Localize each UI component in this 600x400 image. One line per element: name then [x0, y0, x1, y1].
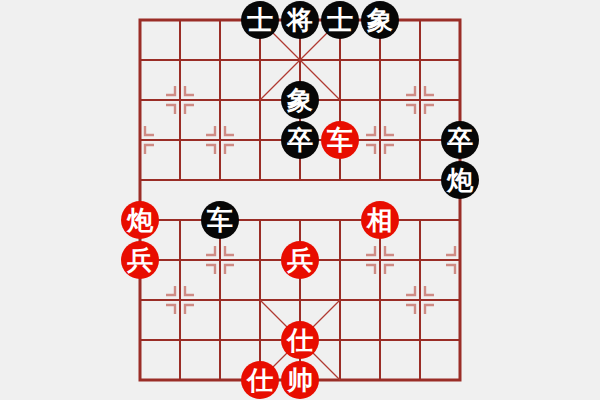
- red-general[interactable]: 帅: [281, 361, 319, 399]
- intersection-3-9[interactable]: 仕: [240, 360, 280, 400]
- intersection-6-9[interactable]: [360, 360, 400, 400]
- intersection-6-3[interactable]: [360, 120, 400, 160]
- intersection-4-6[interactable]: 兵: [280, 240, 320, 280]
- black-soldier[interactable]: 卒: [281, 121, 319, 159]
- intersection-3-2[interactable]: [240, 80, 280, 120]
- intersection-5-2[interactable]: [320, 80, 360, 120]
- intersection-1-8[interactable]: [160, 320, 200, 360]
- intersection-0-5[interactable]: 炮: [120, 200, 160, 240]
- intersection-1-9[interactable]: [160, 360, 200, 400]
- intersection-2-3[interactable]: [200, 120, 240, 160]
- intersection-7-8[interactable]: [400, 320, 440, 360]
- intersection-6-5[interactable]: 相: [360, 200, 400, 240]
- intersection-2-7[interactable]: [200, 280, 240, 320]
- intersection-8-7[interactable]: [440, 280, 480, 320]
- intersection-0-2[interactable]: [120, 80, 160, 120]
- intersection-3-3[interactable]: [240, 120, 280, 160]
- intersection-0-0[interactable]: [120, 0, 160, 40]
- intersection-0-4[interactable]: [120, 160, 160, 200]
- intersection-7-3[interactable]: [400, 120, 440, 160]
- intersection-1-7[interactable]: [160, 280, 200, 320]
- intersection-7-7[interactable]: [400, 280, 440, 320]
- intersection-5-1[interactable]: [320, 40, 360, 80]
- intersection-1-0[interactable]: [160, 0, 200, 40]
- intersection-6-0[interactable]: 象: [360, 0, 400, 40]
- intersection-4-0[interactable]: 将: [280, 0, 320, 40]
- intersection-4-5[interactable]: [280, 200, 320, 240]
- intersection-2-4[interactable]: [200, 160, 240, 200]
- intersection-0-9[interactable]: [120, 360, 160, 400]
- intersection-5-3[interactable]: 车: [320, 120, 360, 160]
- intersection-0-1[interactable]: [120, 40, 160, 80]
- intersection-8-9[interactable]: [440, 360, 480, 400]
- intersection-8-4[interactable]: 炮: [440, 160, 480, 200]
- intersection-2-6[interactable]: [200, 240, 240, 280]
- intersection-5-5[interactable]: [320, 200, 360, 240]
- intersection-7-2[interactable]: [400, 80, 440, 120]
- intersection-6-7[interactable]: [360, 280, 400, 320]
- intersection-7-9[interactable]: [400, 360, 440, 400]
- red-advisor[interactable]: 仕: [281, 321, 319, 359]
- red-chariot[interactable]: 车: [321, 121, 359, 159]
- intersection-5-0[interactable]: 士: [320, 0, 360, 40]
- black-elephant[interactable]: 象: [361, 1, 399, 39]
- intersection-8-8[interactable]: [440, 320, 480, 360]
- intersection-2-1[interactable]: [200, 40, 240, 80]
- intersection-4-9[interactable]: 帅: [280, 360, 320, 400]
- intersection-0-8[interactable]: [120, 320, 160, 360]
- intersection-6-1[interactable]: [360, 40, 400, 80]
- intersection-3-7[interactable]: [240, 280, 280, 320]
- intersection-1-6[interactable]: [160, 240, 200, 280]
- intersection-5-4[interactable]: [320, 160, 360, 200]
- intersection-2-5[interactable]: 车: [200, 200, 240, 240]
- intersection-0-6[interactable]: 兵: [120, 240, 160, 280]
- intersection-2-8[interactable]: [200, 320, 240, 360]
- intersection-7-4[interactable]: [400, 160, 440, 200]
- intersection-7-0[interactable]: [400, 0, 440, 40]
- intersection-4-4[interactable]: [280, 160, 320, 200]
- intersection-7-6[interactable]: [400, 240, 440, 280]
- intersection-6-4[interactable]: [360, 160, 400, 200]
- intersection-5-6[interactable]: [320, 240, 360, 280]
- red-elephant[interactable]: 相: [361, 201, 399, 239]
- intersection-4-3[interactable]: 卒: [280, 120, 320, 160]
- intersection-1-2[interactable]: [160, 80, 200, 120]
- intersection-1-4[interactable]: [160, 160, 200, 200]
- intersection-5-7[interactable]: [320, 280, 360, 320]
- intersection-2-9[interactable]: [200, 360, 240, 400]
- xiangqi-screenshot: 士将士象象卒车卒炮炮车相兵兵仕仕帅: [0, 0, 600, 400]
- black-advisor[interactable]: 士: [241, 1, 279, 39]
- intersection-7-1[interactable]: [400, 40, 440, 80]
- intersection-2-0[interactable]: [200, 0, 240, 40]
- intersection-8-2[interactable]: [440, 80, 480, 120]
- intersection-6-6[interactable]: [360, 240, 400, 280]
- black-soldier[interactable]: 卒: [441, 121, 479, 159]
- red-soldier[interactable]: 兵: [121, 241, 159, 279]
- intersection-3-6[interactable]: [240, 240, 280, 280]
- red-advisor[interactable]: 仕: [241, 361, 279, 399]
- intersection-4-7[interactable]: [280, 280, 320, 320]
- intersection-3-8[interactable]: [240, 320, 280, 360]
- intersection-3-4[interactable]: [240, 160, 280, 200]
- black-chariot[interactable]: 车: [201, 201, 239, 239]
- intersection-8-6[interactable]: [440, 240, 480, 280]
- intersection-7-5[interactable]: [400, 200, 440, 240]
- intersection-0-7[interactable]: [120, 280, 160, 320]
- intersection-8-0[interactable]: [440, 0, 480, 40]
- black-elephant[interactable]: 象: [281, 81, 319, 119]
- red-soldier[interactable]: 兵: [281, 241, 319, 279]
- intersection-5-9[interactable]: [320, 360, 360, 400]
- red-cannon[interactable]: 炮: [121, 201, 159, 239]
- intersection-3-5[interactable]: [240, 200, 280, 240]
- intersection-3-0[interactable]: 士: [240, 0, 280, 40]
- intersection-6-2[interactable]: [360, 80, 400, 120]
- intersection-6-8[interactable]: [360, 320, 400, 360]
- intersection-2-2[interactable]: [200, 80, 240, 120]
- intersection-3-1[interactable]: [240, 40, 280, 80]
- intersection-8-1[interactable]: [440, 40, 480, 80]
- intersection-1-1[interactable]: [160, 40, 200, 80]
- intersection-4-1[interactable]: [280, 40, 320, 80]
- intersection-1-5[interactable]: [160, 200, 200, 240]
- intersection-8-3[interactable]: 卒: [440, 120, 480, 160]
- black-general[interactable]: 将: [281, 1, 319, 39]
- intersection-5-8[interactable]: [320, 320, 360, 360]
- xiangqi-board[interactable]: 士将士象象卒车卒炮炮车相兵兵仕仕帅: [120, 0, 480, 400]
- intersection-8-5[interactable]: [440, 200, 480, 240]
- intersection-4-8[interactable]: 仕: [280, 320, 320, 360]
- black-cannon[interactable]: 炮: [441, 161, 479, 199]
- intersection-4-2[interactable]: 象: [280, 80, 320, 120]
- intersection-0-3[interactable]: [120, 120, 160, 160]
- black-advisor[interactable]: 士: [321, 1, 359, 39]
- intersection-1-3[interactable]: [160, 120, 200, 160]
